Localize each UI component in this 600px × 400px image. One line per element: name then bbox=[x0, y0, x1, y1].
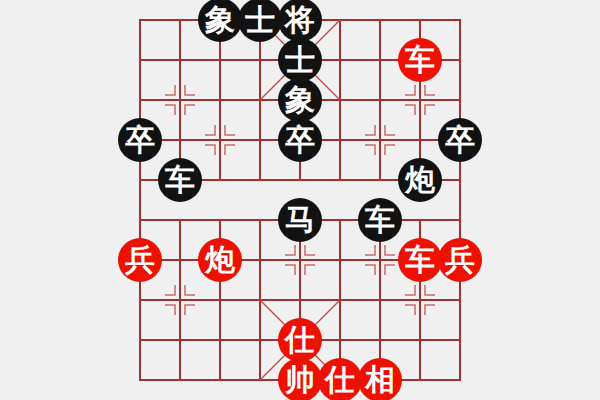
piece-black-advisor[interactable]: 士 bbox=[278, 38, 322, 82]
piece-red-general[interactable]: 帅 bbox=[278, 358, 322, 400]
piece-black-elephant[interactable]: 象 bbox=[198, 0, 242, 42]
piece-black-soldier[interactable]: 卒 bbox=[278, 118, 322, 162]
piece-black-soldier[interactable]: 卒 bbox=[438, 118, 482, 162]
piece-black-general[interactable]: 将 bbox=[278, 0, 322, 42]
piece-red-cannon[interactable]: 炮 bbox=[198, 238, 242, 282]
piece-black-elephant[interactable]: 象 bbox=[278, 78, 322, 122]
piece-red-chariot[interactable]: 车 bbox=[398, 38, 442, 82]
xiangqi-board[interactable]: 象士将士车象卒卒卒车炮马车兵炮车兵仕帅仕相 bbox=[140, 20, 460, 380]
point-marker bbox=[405, 85, 435, 115]
piece-red-chariot[interactable]: 车 bbox=[398, 238, 442, 282]
point-marker bbox=[205, 125, 235, 155]
point-marker bbox=[365, 125, 395, 155]
piece-black-chariot[interactable]: 车 bbox=[358, 198, 402, 242]
piece-red-soldier[interactable]: 兵 bbox=[438, 238, 482, 282]
piece-red-advisor[interactable]: 仕 bbox=[278, 318, 322, 362]
point-marker bbox=[365, 245, 395, 275]
point-marker bbox=[165, 285, 195, 315]
piece-red-advisor[interactable]: 仕 bbox=[318, 358, 362, 400]
xiangqi-app: 象士将士车象卒卒卒车炮马车兵炮车兵仕帅仕相 bbox=[0, 0, 600, 400]
point-marker bbox=[285, 245, 315, 275]
piece-black-cannon[interactable]: 炮 bbox=[398, 158, 442, 202]
piece-black-soldier[interactable]: 卒 bbox=[118, 118, 162, 162]
point-marker bbox=[405, 285, 435, 315]
point-marker bbox=[165, 85, 195, 115]
piece-black-chariot[interactable]: 车 bbox=[158, 158, 202, 202]
piece-red-elephant[interactable]: 相 bbox=[358, 358, 402, 400]
piece-black-advisor[interactable]: 士 bbox=[238, 0, 282, 42]
piece-red-soldier[interactable]: 兵 bbox=[118, 238, 162, 282]
piece-black-horse[interactable]: 马 bbox=[278, 198, 322, 242]
